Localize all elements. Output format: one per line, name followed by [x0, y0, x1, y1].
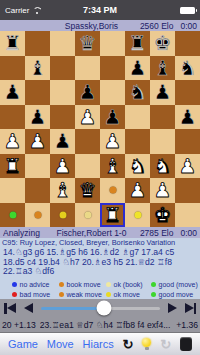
square-e7[interactable] — [100, 56, 125, 81]
square-h1[interactable] — [175, 203, 200, 228]
legend-label: no advice — [20, 281, 50, 288]
legend-label: ok move — [114, 291, 140, 298]
go-to-end-icon — [194, 303, 197, 314]
analyze-refresh-icon[interactable]: ↻ — [160, 338, 171, 351]
square-a7[interactable] — [0, 56, 25, 81]
legend-item-good-move: good move — [151, 289, 200, 299]
square-e2[interactable] — [100, 178, 125, 203]
bottom-player-name: Fischer,Robert 1-0 — [47, 228, 136, 238]
legend-dot-icon — [12, 292, 17, 297]
square-c8[interactable] — [50, 31, 75, 56]
legend-dot-icon — [12, 282, 17, 287]
square-f6[interactable]: ♞ — [125, 80, 150, 105]
go-to-start-button[interactable] — [4, 303, 16, 314]
piece-black-knight[interactable]: ♞ — [179, 58, 197, 78]
hiarcs-chess-app: Carrier 7:34 PM Spassky,Boris 2560 Elo 0… — [0, 0, 200, 355]
go-to-end-button[interactable] — [185, 303, 197, 314]
square-e3[interactable]: ♝ — [100, 154, 125, 179]
square-c7[interactable] — [50, 56, 75, 81]
square-h4[interactable] — [175, 129, 200, 154]
bottom-player-clock: 0:00 — [180, 228, 197, 238]
piece-white-queen[interactable]: ♛ — [79, 180, 97, 200]
switch-sides-icon[interactable]: ↻ — [123, 338, 134, 351]
square-g1[interactable]: ♚ — [150, 203, 175, 228]
square-b1[interactable] — [25, 203, 50, 228]
square-a8[interactable]: ♜ — [0, 31, 25, 56]
legend-label: weak move — [67, 291, 102, 298]
next-move-button[interactable] — [168, 303, 177, 313]
square-c3[interactable]: ♟ — [50, 154, 75, 179]
game-menu-button[interactable]: Game — [8, 338, 38, 350]
piece-black-pawn[interactable]: ♟ — [4, 82, 22, 102]
piece-white-king[interactable]: ♚ — [154, 205, 172, 225]
top-player-bar: Spassky,Boris 2560 Elo 0:00 — [0, 20, 200, 31]
legend-dot-icon — [151, 292, 156, 297]
square-h6[interactable] — [175, 80, 200, 105]
square-c6[interactable] — [50, 80, 75, 105]
square-d8[interactable]: ♛ — [75, 31, 100, 56]
legend-item-ok-move: ok move — [106, 289, 151, 299]
piece-black-pawn[interactable]: ♟ — [54, 131, 72, 151]
piece-black-pawn[interactable]: ♟ — [79, 82, 97, 102]
piece-black-rook[interactable]: ♜ — [4, 33, 22, 53]
square-b6[interactable] — [25, 80, 50, 105]
piece-white-pawn[interactable]: ♟ — [154, 180, 172, 200]
square-b4[interactable]: ♟ — [25, 129, 50, 154]
square-d2[interactable]: ♛ — [75, 178, 100, 203]
square-c2[interactable]: ♝ — [50, 178, 75, 203]
square-g8[interactable]: ♚ — [150, 31, 175, 56]
square-d3[interactable] — [75, 154, 100, 179]
square-g6[interactable]: ♟ — [150, 80, 175, 105]
piece-white-bishop[interactable]: ♝ — [54, 180, 72, 200]
legend-dot-icon — [151, 282, 156, 287]
piece-white-rook[interactable]: ♜ — [4, 156, 22, 176]
square-f3[interactable]: ♞ — [125, 154, 150, 179]
square-e6[interactable] — [100, 80, 125, 105]
square-g2[interactable]: ♟ — [150, 178, 175, 203]
piece-white-pawn[interactable]: ♟ — [4, 131, 22, 151]
bottom-player-bar: Analyzing Fischer,Robert 1-0 2785 Elo 0:… — [0, 227, 200, 238]
top-player-elo: 2560 Elo — [140, 21, 174, 31]
move-menu-button[interactable]: Move — [47, 338, 74, 350]
piece-black-bishop[interactable]: ♝ — [29, 58, 47, 78]
legend-item-no-advice: no advice — [12, 279, 59, 289]
engine-final-eval: +1.36 — [176, 320, 198, 330]
legend-dot-icon — [106, 282, 111, 287]
piece-black-bishop[interactable]: ♝ — [154, 58, 172, 78]
square-h7[interactable]: ♞ — [175, 56, 200, 81]
piece-white-rook[interactable]: ♜ — [104, 205, 122, 225]
bottom-toolbar: Game Move Hiarcs ↻ ↻ — [0, 332, 200, 355]
square-c5[interactable] — [50, 105, 75, 130]
move-list[interactable]: 14.♘g3 g6 15.♗g5 h6 16.♗d2 ♗g7 17.a4 c5 … — [0, 248, 200, 277]
game-position-slider[interactable] — [41, 307, 160, 310]
square-f7[interactable]: ♟ — [125, 56, 150, 81]
legend-dot-icon — [59, 292, 64, 297]
engine-book-icon[interactable] — [180, 337, 192, 351]
advice-dot-f1 — [134, 211, 141, 218]
advice-dot-d1 — [84, 211, 91, 218]
piece-white-pawn[interactable]: ♟ — [179, 156, 197, 176]
engine-status: Analyzing — [3, 228, 47, 238]
legend-label: bad move — [20, 291, 51, 298]
advice-dot-e2 — [109, 187, 116, 194]
legend-label: book move — [67, 281, 101, 288]
square-h5[interactable]: ♟ — [175, 105, 200, 130]
square-g7[interactable]: ♝ — [150, 56, 175, 81]
square-f4[interactable] — [125, 129, 150, 154]
piece-black-pawn[interactable]: ♟ — [154, 82, 172, 102]
legend-item-book-move: book move — [59, 279, 106, 289]
square-f5[interactable] — [125, 105, 150, 130]
legend-dot-icon — [59, 282, 64, 287]
piece-white-pawn[interactable]: ♟ — [129, 180, 147, 200]
square-g4[interactable] — [150, 129, 175, 154]
square-g5[interactable] — [150, 105, 175, 130]
legend-item-bad-move: bad move — [12, 289, 59, 299]
piece-black-pawn[interactable]: ♟ — [29, 107, 47, 127]
piece-white-knight[interactable]: ♞ — [154, 156, 172, 176]
battery-icon — [180, 7, 195, 14]
legend-item-weak-move: weak move — [59, 289, 106, 299]
square-c1[interactable] — [50, 203, 75, 228]
bottom-player-elo: 2785 Elo — [140, 228, 174, 238]
top-player-name: Spassky,Boris — [47, 21, 136, 31]
square-e4[interactable]: ♟ — [100, 129, 125, 154]
advice-dot-a1 — [9, 211, 16, 218]
square-a4[interactable]: ♟ — [0, 129, 25, 154]
square-b3[interactable] — [25, 154, 50, 179]
square-e1[interactable]: ♜ — [100, 203, 125, 228]
legend-label: good (move) — [159, 281, 198, 288]
square-h3[interactable]: ♟ — [175, 154, 200, 179]
advice-legend: no advicebook moveok (book)good (move)ba… — [0, 277, 200, 299]
square-c4[interactable]: ♟ — [50, 129, 75, 154]
piece-black-pawn[interactable]: ♟ — [129, 58, 147, 78]
piece-black-king[interactable]: ♚ — [154, 33, 172, 53]
square-d5[interactable]: ♟ — [75, 105, 100, 130]
square-g3[interactable]: ♞ — [150, 154, 175, 179]
square-d6[interactable]: ♟ — [75, 80, 100, 105]
top-player-clock: 0:00 — [180, 21, 197, 31]
piece-white-knight[interactable]: ♞ — [129, 156, 147, 176]
chess-board[interactable]: ♜♛♜♚♝♟♝♞♟♟♞♟♟♟♟♟♟♟♟♟♜♟♝♞♞♟♝♛♟♟♜♚ — [0, 31, 200, 227]
piece-black-knight[interactable]: ♞ — [129, 82, 147, 102]
square-a5[interactable] — [0, 105, 25, 130]
piece-white-pawn[interactable]: ♟ — [54, 156, 72, 176]
square-d4[interactable] — [75, 129, 100, 154]
legend-item-ok-book-: ok (book) — [106, 279, 151, 289]
square-d7[interactable] — [75, 56, 100, 81]
square-h2[interactable] — [175, 178, 200, 203]
engine-depth-eval: 20 +1.13 — [2, 320, 36, 330]
piece-black-rook[interactable]: ♜ — [129, 33, 147, 53]
square-d1[interactable] — [75, 203, 100, 228]
piece-white-pawn[interactable]: ♟ — [29, 131, 47, 151]
hint-lightbulb-icon[interactable] — [142, 338, 151, 347]
legend-item-good-move-: good (move) — [151, 279, 200, 289]
next-move-icon — [168, 303, 177, 313]
piece-black-queen[interactable]: ♛ — [79, 33, 97, 53]
legend-label: good move — [159, 291, 194, 298]
advice-dot-c1 — [59, 211, 66, 218]
square-e8[interactable] — [100, 31, 125, 56]
slider-knob[interactable] — [96, 301, 111, 316]
square-f2[interactable]: ♟ — [125, 178, 150, 203]
piece-white-pawn[interactable]: ♟ — [79, 107, 97, 127]
square-f8[interactable]: ♜ — [125, 31, 150, 56]
square-a6[interactable]: ♟ — [0, 80, 25, 105]
legend-label: ok (book) — [114, 281, 143, 288]
legend-dot-icon — [106, 292, 111, 297]
playback-controls — [0, 299, 200, 317]
square-a3[interactable]: ♜ — [0, 154, 25, 179]
square-f1[interactable] — [125, 203, 150, 228]
bottom-player-name-text: Fischer,Robert — [56, 228, 111, 238]
advice-dot-b1 — [34, 211, 41, 218]
status-bar: Carrier 7:34 PM — [0, 0, 200, 20]
square-h8[interactable] — [175, 31, 200, 56]
square-a2[interactable] — [0, 178, 25, 203]
square-b8[interactable] — [25, 31, 50, 56]
square-b2[interactable] — [25, 178, 50, 203]
square-b5[interactable]: ♟ — [25, 105, 50, 130]
square-e5[interactable]: ♟ — [100, 105, 125, 130]
hiarcs-menu-button[interactable]: Hiarcs — [83, 338, 114, 350]
engine-analysis-row: 20 +1.13 23.♖ea1 ♕d7 ♘h4 ♖fb8 f4 exf4...… — [0, 317, 200, 332]
previous-move-icon — [24, 303, 33, 313]
piece-black-pawn[interactable]: ♟ — [179, 107, 197, 127]
square-a1[interactable] — [0, 203, 25, 228]
square-b7[interactable]: ♝ — [25, 56, 50, 81]
piece-white-bishop[interactable]: ♝ — [104, 156, 122, 176]
piece-black-pawn[interactable]: ♟ — [104, 107, 122, 127]
status-time: 7:34 PM — [0, 5, 200, 15]
previous-move-button[interactable] — [24, 303, 33, 313]
engine-line[interactable]: 23.♖ea1 ♕d7 ♘h4 ♖fb8 f4 exf4... — [40, 320, 173, 330]
piece-white-pawn[interactable]: ♟ — [104, 131, 122, 151]
game-result: 1-0 — [114, 228, 126, 238]
opening-name: C95: Ruy Lopez, Closed, Breyer, Borisenk… — [0, 238, 200, 248]
